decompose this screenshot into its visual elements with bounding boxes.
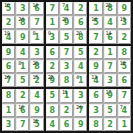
cell-r6c1[interactable]: 167 [2, 74, 15, 87]
cell-digit: 2 [49, 63, 55, 71]
cell-r1c8[interactable]: 218 [104, 2, 117, 15]
cage-sum: 14 [91, 17, 96, 22]
cell-digit: 8 [122, 49, 128, 57]
cell-r2c2[interactable]: 248 [16, 16, 29, 29]
cage-sum: 26 [32, 61, 37, 66]
cell-r9c5[interactable]: 6 [60, 118, 73, 131]
killer-sudoku-board: 1053146224871949817742120969352081218914… [0, 0, 133, 133]
cell-digit: 4 [49, 121, 55, 129]
cage-sum: 20 [76, 31, 81, 36]
cell-digit: 3 [93, 107, 99, 115]
cell-r2c1[interactable]: 2 [2, 16, 15, 29]
cell-digit: 7 [64, 49, 70, 57]
cell-digit: 5 [64, 34, 70, 42]
cell-digit: 5 [107, 107, 113, 115]
cell-digit: 3 [6, 121, 12, 129]
cell-digit: 4 [78, 63, 84, 71]
cell-digit: 7 [122, 92, 128, 100]
block-3: 12189145413371462 [89, 2, 131, 44]
cell-digit: 7 [107, 63, 113, 71]
cell-r9c2[interactable]: 7 [16, 118, 29, 131]
block-4: 9436812681675152 [2, 46, 44, 88]
cell-digit: 2 [93, 49, 99, 57]
cell-r7c4[interactable]: 5 [46, 89, 59, 102]
cage-sum: 14 [106, 31, 111, 36]
cell-digit: 2 [122, 34, 128, 42]
cell-digit: 3 [107, 77, 113, 85]
cage-sum: 14 [32, 3, 37, 8]
cell-r8c4[interactable]: 8 [46, 104, 59, 117]
block-5: 675234229841 [46, 46, 88, 88]
cell-r7c5[interactable]: 111 [60, 89, 73, 102]
cell-r9c6[interactable]: 9 [74, 118, 87, 131]
cell-r9c8[interactable]: 2 [104, 118, 117, 131]
cell-r7c6[interactable]: 3 [74, 89, 87, 102]
cell-r6c7[interactable]: 134 [89, 74, 102, 87]
cell-digit: 7 [49, 5, 55, 13]
cage-sum: 24 [18, 17, 23, 22]
cell-digit: 5 [49, 92, 55, 100]
cage-sum: 20 [62, 17, 67, 22]
cell-r3c1[interactable]: 194 [2, 30, 15, 43]
cell-digit: 6 [93, 92, 99, 100]
cell-r8c9[interactable]: 74 [118, 104, 131, 117]
cell-r5c9[interactable]: 185 [118, 60, 131, 73]
cell-r5c1[interactable]: 6 [2, 60, 15, 73]
cell-r7c1[interactable]: 8 [2, 89, 15, 102]
cage-sum: 4 [76, 75, 79, 80]
cell-r6c5[interactable]: 8 [60, 74, 73, 87]
cell-digit: 2 [20, 92, 26, 100]
cell-r9c1[interactable]: 3 [2, 118, 15, 131]
cell-r6c2[interactable]: 5 [16, 74, 29, 87]
cell-r8c7[interactable]: 3 [89, 104, 102, 117]
block-1: 105314622487194981 [2, 2, 44, 44]
cell-r9c4[interactable]: 4 [46, 118, 59, 131]
cell-digit: 3 [20, 5, 26, 13]
cage-sum: 24 [76, 105, 81, 110]
cage-sum: 15 [32, 119, 37, 124]
cell-digit: 4 [107, 19, 113, 27]
cell-r1c7[interactable]: 1 [89, 2, 102, 15]
cell-r9c3[interactable]: 155 [30, 118, 43, 131]
cell-digit: 2 [107, 121, 113, 129]
cell-r2c7[interactable]: 145 [89, 16, 102, 29]
cell-digit: 8 [6, 92, 12, 100]
cell-r5c6[interactable]: 4 [74, 60, 87, 73]
cell-r4c9[interactable]: 8 [118, 46, 131, 59]
cell-r1c4[interactable]: 7 [46, 2, 59, 15]
cell-digit: 8 [49, 107, 55, 115]
cell-r6c9[interactable]: 6 [118, 74, 131, 87]
cell-digit: 6 [64, 121, 70, 129]
cage-sum: 7 [120, 105, 123, 110]
cell-r4c2[interactable]: 4 [16, 46, 29, 59]
cell-r3c8[interactable]: 146 [104, 30, 117, 43]
cell-r1c6[interactable]: 2 [74, 2, 87, 15]
cell-r4c6[interactable]: 5 [74, 46, 87, 59]
cell-r4c1[interactable]: 9 [2, 46, 15, 59]
cell-r4c7[interactable]: 2 [89, 46, 102, 59]
cell-r8c1[interactable]: 1 [2, 104, 15, 117]
cage-sum: 17 [106, 90, 111, 95]
cell-r8c8[interactable]: 5 [104, 104, 117, 117]
cell-r9c7[interactable]: 8 [89, 118, 102, 131]
cell-digit: 1 [107, 49, 113, 57]
cell-r2c3[interactable]: 7 [30, 16, 43, 29]
cell-r3c2[interactable]: 9 [16, 30, 29, 43]
cell-r6c8[interactable]: 3 [104, 74, 117, 87]
cage-sum: 13 [91, 75, 96, 80]
cell-r5c2[interactable]: 81 [16, 60, 29, 73]
cage-sum: 15 [32, 75, 37, 80]
cage-sum: 22 [48, 75, 53, 80]
cell-r4c4[interactable]: 6 [46, 46, 59, 59]
cell-digit: 8 [93, 121, 99, 129]
cage-sum: 18 [120, 61, 125, 66]
cell-digit: 3 [78, 92, 84, 100]
cage-sum: 8 [18, 61, 21, 66]
cage-sum: 8 [32, 31, 35, 36]
cell-r1c9[interactable]: 9 [118, 2, 131, 15]
cell-r3c5[interactable]: 5 [60, 30, 73, 43]
cell-r1c3[interactable]: 146 [30, 2, 43, 15]
cell-r5c7[interactable]: 9 [89, 60, 102, 73]
cage-sum: 19 [4, 31, 9, 36]
cell-r6c6[interactable]: 41 [74, 74, 87, 87]
block-9: 617973574821 [89, 89, 131, 131]
cell-r3c9[interactable]: 2 [118, 30, 131, 43]
cell-digit: 5 [20, 77, 26, 85]
cage-sum: 11 [62, 90, 67, 95]
cell-r4c8[interactable]: 1 [104, 46, 117, 59]
cell-r8c6[interactable]: 247 [74, 104, 87, 117]
cage-sum: 13 [120, 17, 125, 22]
cell-digit: 6 [49, 49, 55, 57]
cell-digit: 6 [78, 19, 84, 27]
cell-digit: 9 [20, 34, 26, 42]
cell-r7c3[interactable]: 4 [30, 89, 43, 102]
cell-r3c7[interactable]: 7 [89, 30, 102, 43]
cell-digit: 3 [64, 63, 70, 71]
cage-sum: 10 [4, 3, 9, 8]
cage-sum: 21 [106, 3, 111, 8]
cell-digit: 4 [34, 92, 40, 100]
cell-digit: 4 [20, 49, 26, 57]
cell-digit: 9 [78, 121, 84, 129]
cell-r1c5[interactable]: 74 [60, 2, 73, 15]
cell-r2c4[interactable]: 1 [46, 16, 59, 29]
block-8: 5111382247469 [46, 89, 88, 131]
cell-digit: 8 [64, 77, 70, 85]
cell-r3c4[interactable]: 93 [46, 30, 59, 43]
cell-digit: 7 [93, 34, 99, 42]
cell-digit: 1 [122, 121, 128, 129]
cell-r3c6[interactable]: 208 [74, 30, 87, 43]
cell-r7c7[interactable]: 6 [89, 89, 102, 102]
cell-digit: 1 [6, 107, 12, 115]
cell-r1c2[interactable]: 3 [16, 2, 29, 15]
cell-digit: 9 [34, 107, 40, 115]
cell-r2c5[interactable]: 209 [60, 16, 73, 29]
cell-r9c9[interactable]: 1 [118, 118, 131, 131]
cage-sum: 16 [4, 75, 9, 80]
cell-digit: 7 [34, 19, 40, 27]
cell-r6c3[interactable]: 152 [30, 74, 43, 87]
block-7: 8241166937155 [2, 89, 44, 131]
cell-r5c3[interactable]: 268 [30, 60, 43, 73]
cell-r4c3[interactable]: 3 [30, 46, 43, 59]
block-2: 774212096935208 [46, 2, 88, 44]
cage-sum: 9 [48, 31, 51, 36]
cell-r5c8[interactable]: 7 [104, 60, 117, 73]
cell-r4c5[interactable]: 7 [60, 46, 73, 59]
cell-r8c2[interactable]: 166 [16, 104, 29, 117]
cage-sum: 16 [18, 105, 23, 110]
cell-digit: 6 [122, 77, 128, 85]
cell-r8c3[interactable]: 9 [30, 104, 43, 117]
cell-digit: 2 [64, 107, 70, 115]
cell-r8c5[interactable]: 2 [60, 104, 73, 117]
cell-r3c3[interactable]: 81 [30, 30, 43, 43]
cell-r2c9[interactable]: 133 [118, 16, 131, 29]
cell-r7c2[interactable]: 2 [16, 89, 29, 102]
cell-digit: 7 [20, 121, 26, 129]
cell-digit: 6 [6, 63, 12, 71]
cell-digit: 1 [93, 5, 99, 13]
cell-r6c4[interactable]: 229 [46, 74, 59, 87]
cell-digit: 9 [6, 49, 12, 57]
cell-r7c8[interactable]: 179 [104, 89, 117, 102]
cell-r5c4[interactable]: 2 [46, 60, 59, 73]
cell-r1c1[interactable]: 105 [2, 2, 15, 15]
block-6: 2189718513436 [89, 46, 131, 88]
cell-digit: 2 [6, 19, 12, 27]
cell-r2c6[interactable]: 6 [74, 16, 87, 29]
cell-digit: 1 [49, 19, 55, 27]
cell-r7c9[interactable]: 7 [118, 89, 131, 102]
cell-digit: 5 [78, 49, 84, 57]
cell-digit: 9 [122, 5, 128, 13]
cell-digit: 2 [78, 5, 84, 13]
cell-digit: 9 [93, 63, 99, 71]
cage-sum: 7 [62, 3, 65, 8]
cell-digit: 3 [34, 49, 40, 57]
cell-r5c5[interactable]: 3 [60, 60, 73, 73]
cell-r2c8[interactable]: 4 [104, 16, 117, 29]
